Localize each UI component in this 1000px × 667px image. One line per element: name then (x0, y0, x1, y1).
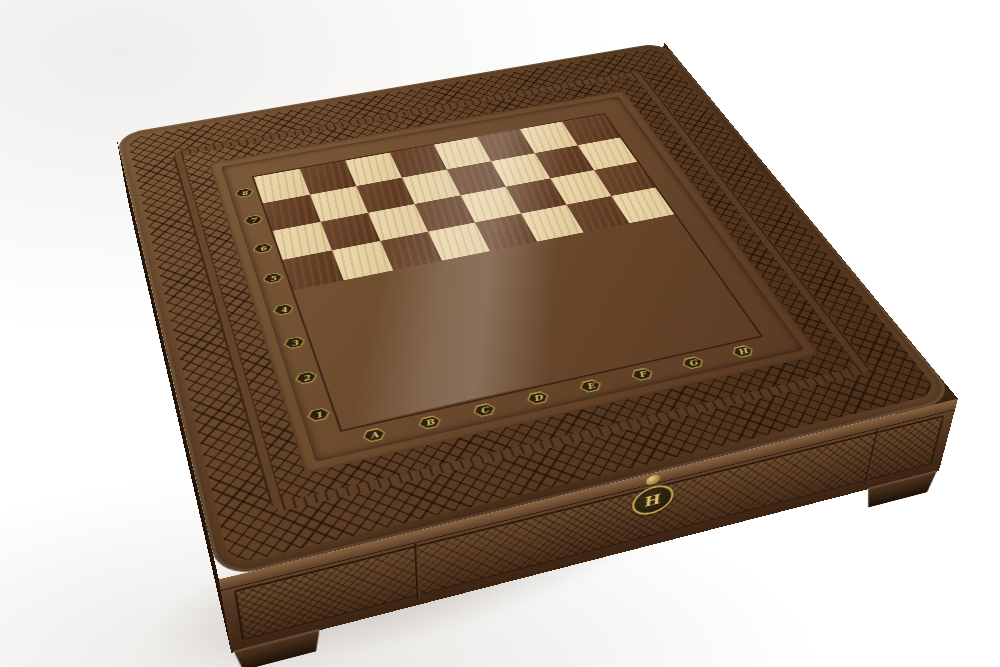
square-b3[interactable] (332, 241, 393, 280)
rank-label-3: 3 (282, 335, 307, 350)
square-a3[interactable] (283, 250, 344, 290)
file-label-f: F (629, 367, 656, 382)
rank-label-4: 4 (271, 303, 295, 317)
file-label-a: A (361, 427, 388, 444)
rank-label-5: 5 (261, 272, 284, 285)
square-g3[interactable] (567, 196, 630, 232)
photo-scene: 12345678 ABCDEFGH H (0, 0, 1000, 667)
file-label-g: G (679, 355, 706, 370)
rank-label-1: 1 (306, 406, 332, 422)
rank-label-6: 6 (252, 242, 275, 255)
file-label-e: E (577, 378, 604, 394)
rank-label-7: 7 (242, 214, 264, 226)
rank-label-2: 2 (294, 370, 319, 385)
file-label-c: C (471, 402, 498, 418)
medallion-letter: H (644, 491, 662, 510)
file-label-b: B (416, 414, 443, 431)
rank-label-8: 8 (234, 187, 255, 198)
file-label-h: H (729, 344, 756, 359)
file-label-d: D (524, 390, 551, 406)
